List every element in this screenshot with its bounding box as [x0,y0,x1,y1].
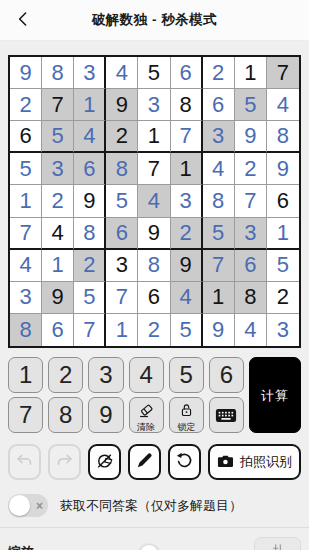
sudoku-cell-r7c6[interactable]: 9 [171,250,203,282]
header: 破解数独 - 秒杀模式 [0,0,309,41]
sudoku-cell-r8c7[interactable]: 1 [203,282,235,314]
sudoku-cell-r1c4[interactable]: 4 [106,57,138,89]
sudoku-cell-r5c5[interactable]: 4 [138,185,170,217]
sudoku-cell-r9c6[interactable]: 5 [171,314,203,346]
zoom-slider[interactable] [46,541,240,550]
undo-icon [15,451,34,473]
sudoku-cell-r3c6[interactable]: 7 [171,121,203,153]
sudoku-cell-r1c1[interactable]: 9 [10,57,42,89]
sudoku-cell-r7c8[interactable]: 6 [235,250,267,282]
key-3[interactable]: 3 [88,357,123,393]
sudoku-cell-r1c2[interactable]: 8 [42,57,74,89]
sudoku-cell-r1c3[interactable]: 3 [74,57,106,89]
photo-recognize-button[interactable]: 拍照识别 [208,444,301,480]
back-button[interactable] [6,0,40,40]
sudoku-cell-r6c5[interactable]: 9 [138,218,170,250]
sudoku-cell-r6c4[interactable]: 6 [106,218,138,250]
zoom-label: 缩放 [8,543,34,550]
sudoku-cell-r9c1[interactable]: 8 [10,314,42,346]
pencil-button[interactable] [128,444,161,480]
tune-icon [271,543,285,550]
chevron-left-icon [14,10,32,31]
undo-button[interactable] [8,444,41,480]
sudoku-cell-r3c7[interactable]: 3 [203,121,235,153]
sudoku-cell-r4c2[interactable]: 3 [42,153,74,185]
key-1[interactable]: 1 [8,357,43,393]
lock-button[interactable]: 锁定 [169,397,204,433]
divider [0,527,309,528]
sudoku-cell-r4c6[interactable]: 1 [171,153,203,185]
keyboard-button[interactable] [209,397,244,433]
sudoku-cell-r5c6[interactable]: 3 [171,185,203,217]
different-answer-toggle[interactable]: × [8,494,48,517]
lock-label: 锁定 [177,423,195,432]
sudoku-cell-r8c6[interactable]: 4 [171,282,203,314]
sudoku-cell-r5c7[interactable]: 8 [203,185,235,217]
photo-recognize-label: 拍照识别 [240,453,292,471]
sudoku-cell-r6c8[interactable]: 3 [235,218,267,250]
keyboard-icon [215,403,237,427]
clear-button[interactable]: 清除 [129,397,164,433]
sudoku-cell-r3c2[interactable]: 5 [42,121,74,153]
different-answer-label: 获取不同答案（仅对多解题目） [60,497,242,515]
sudoku-cell-r6c2[interactable]: 4 [42,218,74,250]
sudoku-cell-r9c2[interactable]: 6 [42,314,74,346]
sudoku-cell-r2c6[interactable]: 8 [171,89,203,121]
sudoku-cell-r9c7[interactable]: 9 [203,314,235,346]
sudoku-cell-r9c3[interactable]: 7 [74,314,106,346]
answer-option-row: × 获取不同答案（仅对多解题目） [8,494,301,517]
adjust-settings-button[interactable] [254,537,301,550]
key-5[interactable]: 5 [169,357,204,393]
sudoku-cell-r2c7[interactable]: 6 [203,89,235,121]
sudoku-cell-r7c7[interactable]: 7 [203,250,235,282]
sudoku-cell-r6c3[interactable]: 8 [74,218,106,250]
key-4[interactable]: 4 [129,357,164,393]
sudoku-cell-r5c9[interactable]: 6 [267,185,299,217]
sudoku-cell-r1c7[interactable]: 2 [203,57,235,89]
calculate-button[interactable]: 计算 [249,357,301,433]
key-6[interactable]: 6 [209,357,244,393]
lock-icon [179,398,194,422]
sudoku-cell-r3c1[interactable]: 6 [10,121,42,153]
reset-icon [175,451,194,473]
sudoku-cell-r7c3[interactable]: 2 [74,250,106,282]
sudoku-cell-r4c5[interactable]: 7 [138,153,170,185]
camera-icon [217,454,233,471]
redo-button[interactable] [48,444,81,480]
sudoku-cell-r2c5[interactable]: 3 [138,89,170,121]
sudoku-cell-r8c1[interactable]: 3 [10,282,42,314]
sudoku-cell-r9c5[interactable]: 2 [138,314,170,346]
toggle-knob [9,495,30,516]
sudoku-cell-r8c3[interactable]: 5 [74,282,106,314]
page-title: 破解数独 - 秒杀模式 [92,11,218,29]
sudoku-cell-r7c5[interactable]: 8 [138,250,170,282]
pen-off-icon [95,451,115,474]
sudoku-cell-r1c9[interactable]: 7 [267,57,299,89]
sudoku-cell-r8c4[interactable]: 7 [106,282,138,314]
sudoku-cell-r3c8[interactable]: 9 [235,121,267,153]
color-mark-off-button[interactable] [88,444,121,480]
sudoku-cell-r3c9[interactable]: 8 [267,121,299,153]
sudoku-cell-r4c7[interactable]: 4 [203,153,235,185]
key-7[interactable]: 7 [8,397,43,433]
sudoku-cell-r6c6[interactable]: 2 [171,218,203,250]
sudoku-cell-r8c8[interactable]: 8 [235,282,267,314]
reset-button[interactable] [168,444,201,480]
sudoku-cell-r1c5[interactable]: 5 [138,57,170,89]
slider-thumb[interactable] [139,544,158,550]
toggle-off-mark: × [36,499,43,511]
sudoku-cell-r7c2[interactable]: 1 [42,250,74,282]
sudoku-cell-r5c1[interactable]: 1 [10,185,42,217]
sudoku-cell-r8c2[interactable]: 9 [42,282,74,314]
sudoku-cell-r3c4[interactable]: 2 [106,121,138,153]
sudoku-cell-r6c7[interactable]: 5 [203,218,235,250]
key-2[interactable]: 2 [48,357,83,393]
zoom-row: 缩放 [8,537,301,550]
sudoku-cell-r7c9[interactable]: 5 [267,250,299,282]
sudoku-cell-r6c9[interactable]: 1 [267,218,299,250]
sudoku-cell-r4c3[interactable]: 6 [74,153,106,185]
sudoku-cell-r8c5[interactable]: 6 [138,282,170,314]
redo-icon [55,451,74,473]
pencil-icon [135,451,154,473]
sudoku-cell-r1c6[interactable]: 6 [171,57,203,89]
sudoku-cell-r7c1[interactable]: 4 [10,250,42,282]
sudoku-cell-r4c9[interactable]: 9 [267,153,299,185]
sudoku-cell-r8c9[interactable]: 2 [267,282,299,314]
sudoku-cell-r3c5[interactable]: 1 [138,121,170,153]
sudoku-cell-r5c3[interactable]: 9 [74,185,106,217]
sudoku-cell-r9c8[interactable]: 4 [235,314,267,346]
sudoku-cell-r5c4[interactable]: 5 [106,185,138,217]
clear-label: 清除 [137,423,155,432]
sudoku-cell-r2c2[interactable]: 7 [42,89,74,121]
sudoku-cell-r9c4[interactable]: 1 [106,314,138,346]
sudoku-cell-r4c1[interactable]: 5 [10,153,42,185]
sudoku-cell-r2c3[interactable]: 1 [74,89,106,121]
key-9[interactable]: 9 [88,397,123,433]
sudoku-cell-r9c9[interactable]: 3 [267,314,299,346]
sudoku-cell-r6c1[interactable]: 7 [10,218,42,250]
sudoku-cell-r2c9[interactable]: 4 [267,89,299,121]
sudoku-cell-r4c4[interactable]: 8 [106,153,138,185]
sudoku-cell-r1c8[interactable]: 1 [235,57,267,89]
sudoku-cell-r2c1[interactable]: 2 [10,89,42,121]
eraser-icon [138,398,155,422]
key-8[interactable]: 8 [48,397,83,433]
sudoku-cell-r7c4[interactable]: 3 [106,250,138,282]
sudoku-cell-r5c2[interactable]: 2 [42,185,74,217]
sudoku-cell-r2c4[interactable]: 9 [106,89,138,121]
sudoku-cell-r5c8[interactable]: 7 [235,185,267,217]
sudoku-cell-r3c3[interactable]: 4 [74,121,106,153]
number-pad: 1 2 3 4 5 6 计算 7 8 9 清除 锁定 [8,357,301,433]
sudoku-board: 9834562172719386546542173985368714291295… [8,55,301,348]
sudoku-cell-r2c8[interactable]: 5 [235,89,267,121]
tool-bar: 拍照识别 [8,444,301,480]
sudoku-cell-r4c8[interactable]: 2 [235,153,267,185]
